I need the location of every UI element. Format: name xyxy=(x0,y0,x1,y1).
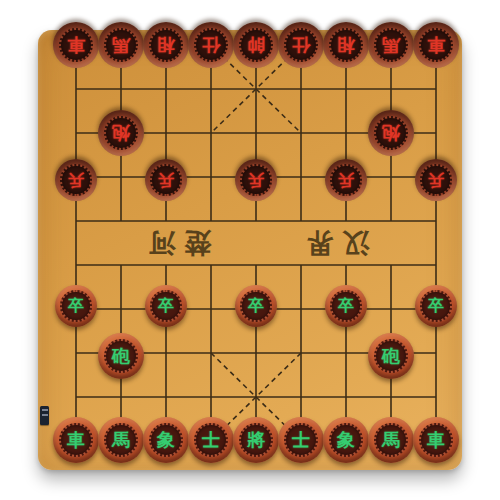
piece-carved-ring: 相 xyxy=(149,28,183,62)
piece-carved-ring: 卒 xyxy=(240,290,271,321)
piece-green-soldier[interactable]: 卒 xyxy=(235,285,277,327)
piece-character: 象 xyxy=(337,431,355,449)
piece-carved-ring: 士 xyxy=(194,423,228,457)
piece-carved-ring: 車 xyxy=(59,423,93,457)
piece-character: 象 xyxy=(157,431,175,449)
product-photo: 楚河 汉界 車馬相仕帥仕相馬車炮炮兵兵兵兵兵卒卒卒卒卒砲砲車馬象士將士象馬車 xyxy=(0,0,500,500)
piece-green-advisor[interactable]: 士 xyxy=(188,417,234,463)
piece-carved-ring: 象 xyxy=(329,423,363,457)
piece-carved-ring: 象 xyxy=(149,423,183,457)
piece-red-horse[interactable]: 馬 xyxy=(98,22,144,68)
piece-character: 兵 xyxy=(428,172,444,188)
piece-character: 馬 xyxy=(382,431,400,449)
piece-character: 馬 xyxy=(112,36,130,54)
piece-green-soldier[interactable]: 卒 xyxy=(415,285,457,327)
piece-character: 兵 xyxy=(158,172,174,188)
river-text-right: 汉界 xyxy=(298,225,379,261)
piece-character: 將 xyxy=(247,431,265,449)
piece-carved-ring: 兵 xyxy=(150,164,181,195)
piece-carved-ring: 馬 xyxy=(104,423,138,457)
piece-green-general[interactable]: 將 xyxy=(233,417,279,463)
piece-carved-ring: 兵 xyxy=(330,164,361,195)
piece-green-chariot[interactable]: 車 xyxy=(53,417,99,463)
piece-character: 兵 xyxy=(338,172,354,188)
piece-carved-ring: 士 xyxy=(284,423,318,457)
piece-carved-ring: 將 xyxy=(239,423,273,457)
piece-red-chariot[interactable]: 車 xyxy=(53,22,99,68)
piece-red-soldier[interactable]: 兵 xyxy=(415,159,457,201)
piece-green-cannon[interactable]: 砲 xyxy=(98,333,144,379)
piece-carved-ring: 相 xyxy=(329,28,363,62)
piece-carved-ring: 車 xyxy=(59,28,93,62)
piece-character: 卒 xyxy=(338,298,354,314)
piece-character: 仕 xyxy=(202,36,220,54)
river-text-left: 楚河 xyxy=(140,225,221,261)
piece-character: 砲 xyxy=(382,347,400,365)
piece-character: 馬 xyxy=(112,431,130,449)
piece-red-general[interactable]: 帥 xyxy=(233,22,279,68)
piece-green-chariot[interactable]: 車 xyxy=(413,417,459,463)
piece-carved-ring: 炮 xyxy=(374,116,408,150)
piece-carved-ring: 卒 xyxy=(420,290,451,321)
piece-green-elephant[interactable]: 象 xyxy=(323,417,369,463)
piece-red-soldier[interactable]: 兵 xyxy=(235,159,277,201)
piece-carved-ring: 卒 xyxy=(60,290,91,321)
piece-character: 車 xyxy=(67,36,85,54)
piece-carved-ring: 砲 xyxy=(104,339,138,373)
piece-character: 砲 xyxy=(112,347,130,365)
piece-green-advisor[interactable]: 士 xyxy=(278,417,324,463)
piece-red-soldier[interactable]: 兵 xyxy=(145,159,187,201)
piece-character: 相 xyxy=(157,36,175,54)
piece-character: 卒 xyxy=(68,298,84,314)
piece-green-horse[interactable]: 馬 xyxy=(368,417,414,463)
piece-green-soldier[interactable]: 卒 xyxy=(145,285,187,327)
piece-red-cannon[interactable]: 炮 xyxy=(368,110,414,156)
piece-red-elephant[interactable]: 相 xyxy=(323,22,369,68)
piece-carved-ring: 馬 xyxy=(104,28,138,62)
piece-carved-ring: 兵 xyxy=(240,164,271,195)
piece-green-soldier[interactable]: 卒 xyxy=(55,285,97,327)
board-grid xyxy=(38,30,462,470)
piece-character: 兵 xyxy=(68,172,84,188)
piece-carved-ring: 卒 xyxy=(150,290,181,321)
piece-red-advisor[interactable]: 仕 xyxy=(188,22,234,68)
piece-red-cannon[interactable]: 炮 xyxy=(98,110,144,156)
piece-carved-ring: 兵 xyxy=(60,164,91,195)
piece-red-soldier[interactable]: 兵 xyxy=(325,159,367,201)
piece-red-elephant[interactable]: 相 xyxy=(143,22,189,68)
piece-character: 車 xyxy=(67,431,85,449)
piece-red-soldier[interactable]: 兵 xyxy=(55,159,97,201)
piece-carved-ring: 車 xyxy=(419,423,453,457)
piece-character: 炮 xyxy=(112,124,130,142)
piece-green-elephant[interactable]: 象 xyxy=(143,417,189,463)
piece-red-horse[interactable]: 馬 xyxy=(368,22,414,68)
piece-carved-ring: 帥 xyxy=(239,28,273,62)
piece-red-chariot[interactable]: 車 xyxy=(413,22,459,68)
piece-character: 卒 xyxy=(158,298,174,314)
xiangqi-board-mat: 楚河 汉界 xyxy=(38,30,462,470)
piece-character: 兵 xyxy=(248,172,264,188)
piece-carved-ring: 砲 xyxy=(374,339,408,373)
piece-carved-ring: 炮 xyxy=(104,116,138,150)
piece-green-cannon[interactable]: 砲 xyxy=(368,333,414,379)
piece-carved-ring: 兵 xyxy=(420,164,451,195)
piece-green-soldier[interactable]: 卒 xyxy=(325,285,367,327)
piece-character: 炮 xyxy=(382,124,400,142)
piece-character: 帥 xyxy=(247,36,265,54)
piece-character: 仕 xyxy=(292,36,310,54)
piece-character: 馬 xyxy=(382,36,400,54)
piece-character: 車 xyxy=(427,431,445,449)
piece-carved-ring: 馬 xyxy=(374,28,408,62)
label-tag xyxy=(40,406,49,425)
piece-character: 卒 xyxy=(248,298,264,314)
piece-carved-ring: 仕 xyxy=(194,28,228,62)
piece-character: 卒 xyxy=(428,298,444,314)
piece-carved-ring: 馬 xyxy=(374,423,408,457)
piece-carved-ring: 卒 xyxy=(330,290,361,321)
piece-red-advisor[interactable]: 仕 xyxy=(278,22,324,68)
piece-carved-ring: 車 xyxy=(419,28,453,62)
piece-green-horse[interactable]: 馬 xyxy=(98,417,144,463)
piece-character: 相 xyxy=(337,36,355,54)
piece-character: 車 xyxy=(427,36,445,54)
piece-carved-ring: 仕 xyxy=(284,28,318,62)
piece-character: 士 xyxy=(202,431,220,449)
piece-character: 士 xyxy=(292,431,310,449)
